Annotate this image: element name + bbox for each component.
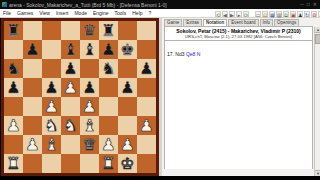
prev-move-icon[interactable]: ◀ xyxy=(222,11,228,17)
black-p[interactable]: ♟ xyxy=(120,78,134,97)
square-b6[interactable] xyxy=(23,59,42,78)
square-a1[interactable]: ♜ xyxy=(4,154,23,173)
tab-event-board[interactable]: Event board xyxy=(228,19,258,26)
tab-extras[interactable]: Extras xyxy=(183,19,202,26)
white-n[interactable]: ♞ xyxy=(63,116,77,135)
toolbar: ⟲◀▶▸⟳□▤▦▥⧉▣♟↻⚙▲◆✚? xyxy=(215,10,318,17)
square-c5[interactable]: ♟ xyxy=(42,78,61,97)
tab-notation[interactable]: Notation xyxy=(203,19,227,26)
menu-item-view[interactable]: View xyxy=(36,10,53,16)
window-title: arena - Sokolov_Makarichev_a_Tutti (Brd … xyxy=(9,2,298,8)
square-h3[interactable]: ♟ xyxy=(137,116,156,135)
square-c7[interactable] xyxy=(42,40,61,59)
square-b1[interactable] xyxy=(23,154,42,173)
square-a2[interactable] xyxy=(4,135,23,154)
square-g8[interactable] xyxy=(118,21,137,40)
board-frame: ♜♛♜♟♝♝♟♚♞♟♞♟♟♟♟♟♟♟♟♟♞♞♝♟♟♝♛♟♟♜♜♚ xyxy=(1,18,159,176)
title-bar: arena - Sokolov_Makarichev_a_Tutti (Brd … xyxy=(0,0,320,9)
square-h1[interactable] xyxy=(137,154,156,173)
white-k[interactable]: ♚ xyxy=(120,154,134,173)
square-a7[interactable] xyxy=(4,40,23,59)
square-c8[interactable] xyxy=(42,21,61,40)
move-list[interactable]: 17. Nd3 Qe8 N xyxy=(164,41,313,169)
square-a4[interactable] xyxy=(4,97,23,116)
close-button[interactable]: ✕ xyxy=(313,0,317,9)
menu-item-insert[interactable]: Insert xyxy=(53,10,72,16)
square-f7[interactable]: ♟ xyxy=(99,40,118,59)
tab-game[interactable]: Game xyxy=(164,19,182,26)
square-c4[interactable]: ♟ xyxy=(42,97,61,116)
maximize-button[interactable]: □ xyxy=(307,0,310,9)
menu-item-help[interactable]: Help xyxy=(129,10,145,16)
first-move-icon[interactable]: ⟲ xyxy=(215,11,221,17)
square-g7[interactable]: ♚ xyxy=(118,40,137,59)
square-e8[interactable]: ♛ xyxy=(80,21,99,40)
setup-position-icon[interactable]: ♟ xyxy=(297,11,303,17)
square-e7[interactable]: ♝ xyxy=(80,40,99,59)
white-p[interactable]: ♟ xyxy=(44,97,58,116)
square-d8[interactable] xyxy=(61,21,80,40)
bottom-strip xyxy=(0,176,320,180)
minimize-button[interactable]: ─ xyxy=(300,0,304,9)
square-e2[interactable]: ♛ xyxy=(80,135,99,154)
notation-panel: GameExtrasNotationEvent boardInfoOpening… xyxy=(162,18,320,176)
black-p[interactable]: ♟ xyxy=(44,78,58,97)
white-p[interactable]: ♟ xyxy=(101,135,115,154)
black-p[interactable]: ♟ xyxy=(63,59,77,78)
black-n[interactable]: ♞ xyxy=(101,59,115,78)
square-d2[interactable] xyxy=(61,135,80,154)
move-text[interactable]: 17. Nd3 xyxy=(167,51,186,57)
event-details: URS-chT, Moscow (2.1), 27.03.1982 [A56: … xyxy=(165,34,312,39)
next-move-icon[interactable]: ▶ xyxy=(229,11,235,17)
new-board-icon[interactable]: □ xyxy=(255,11,261,17)
white-p[interactable]: ♟ xyxy=(63,78,77,97)
black-k[interactable]: ♚ xyxy=(120,40,134,59)
white-p[interactable]: ♟ xyxy=(25,135,39,154)
app-window: arena - Sokolov_Makarichev_a_Tutti (Brd … xyxy=(0,0,320,180)
white-b[interactable]: ♝ xyxy=(82,116,96,135)
white-p[interactable]: ♟ xyxy=(6,116,20,135)
scrollbar[interactable]: ▲ ▼ xyxy=(314,27,320,176)
scroll-thumb[interactable] xyxy=(315,34,320,44)
square-a8[interactable]: ♜ xyxy=(4,21,23,40)
square-h7[interactable] xyxy=(137,40,156,59)
square-e6[interactable] xyxy=(80,59,99,78)
app-icon xyxy=(2,2,7,7)
square-e5[interactable]: ♟ xyxy=(80,78,99,97)
square-d3[interactable]: ♞ xyxy=(61,116,80,135)
square-f8[interactable]: ♜ xyxy=(99,21,118,40)
toolbar-separator xyxy=(250,11,254,17)
black-b[interactable]: ♝ xyxy=(63,40,77,59)
menu-item-?[interactable]: ? xyxy=(146,10,155,16)
square-h2[interactable] xyxy=(137,135,156,154)
white-p[interactable]: ♟ xyxy=(120,135,134,154)
square-a3[interactable]: ♟ xyxy=(4,116,23,135)
square-f2[interactable]: ♟ xyxy=(99,135,118,154)
white-r[interactable]: ♜ xyxy=(101,154,115,173)
black-p[interactable]: ♟ xyxy=(6,78,20,97)
square-f3[interactable] xyxy=(99,116,118,135)
square-e4[interactable]: ♟ xyxy=(80,97,99,116)
print-icon[interactable]: ▥ xyxy=(276,11,282,17)
black-b[interactable]: ♝ xyxy=(82,40,96,59)
black-p[interactable]: ♟ xyxy=(101,40,115,59)
square-g6[interactable] xyxy=(118,59,137,78)
tab-openings[interactable]: Openings xyxy=(274,19,299,26)
square-f4[interactable] xyxy=(99,97,118,116)
black-p[interactable]: ♟ xyxy=(139,59,153,78)
square-c6[interactable] xyxy=(42,59,61,78)
flip-board-icon[interactable]: ↻ xyxy=(304,11,310,17)
menu-item-engine[interactable]: Engine xyxy=(90,10,112,16)
white-r[interactable]: ♜ xyxy=(6,154,20,173)
current-move[interactable]: Qe8 N xyxy=(186,51,200,57)
square-d6[interactable]: ♟ xyxy=(61,59,80,78)
square-b4[interactable] xyxy=(23,97,42,116)
square-f6[interactable]: ♞ xyxy=(99,59,118,78)
square-b2[interactable]: ♟ xyxy=(23,135,42,154)
square-d5[interactable]: ♟ xyxy=(61,78,80,97)
square-b8[interactable] xyxy=(23,21,42,40)
menu-item-mode[interactable]: Mode xyxy=(71,10,90,16)
square-g5[interactable]: ♟ xyxy=(118,78,137,97)
chess-board[interactable]: ♜♛♜♟♝♝♟♚♞♟♞♟♟♟♟♟♟♟♟♟♞♞♝♟♟♝♛♟♟♜♜♚ xyxy=(4,21,156,173)
square-d1[interactable] xyxy=(61,154,80,173)
white-n[interactable]: ♞ xyxy=(44,116,58,135)
square-g1[interactable]: ♚ xyxy=(118,154,137,173)
last-move-icon[interactable]: ⟳ xyxy=(243,11,249,17)
white-p[interactable]: ♟ xyxy=(82,97,96,116)
white-q[interactable]: ♛ xyxy=(82,135,96,154)
square-f1[interactable]: ♜ xyxy=(99,154,118,173)
square-c1[interactable] xyxy=(42,154,61,173)
square-f5[interactable] xyxy=(99,78,118,97)
game-header: Sokolov, Petar (2415) - Makarichev, Vlad… xyxy=(164,26,313,41)
square-g2[interactable]: ♟ xyxy=(118,135,137,154)
tab-info[interactable]: Info xyxy=(260,19,274,26)
window-controls: ─ □ ✕ xyxy=(300,0,320,9)
square-e1[interactable] xyxy=(80,154,99,173)
black-r[interactable]: ♜ xyxy=(6,21,20,40)
paste-icon[interactable]: ▣ xyxy=(290,11,296,17)
scroll-up-icon[interactable]: ▲ xyxy=(315,27,320,33)
black-r[interactable]: ♜ xyxy=(101,21,115,40)
square-d4[interactable] xyxy=(61,97,80,116)
square-h8[interactable] xyxy=(137,21,156,40)
square-a5[interactable]: ♟ xyxy=(4,78,23,97)
menu-item-games[interactable]: Games xyxy=(14,10,36,16)
menu-item-file[interactable]: File xyxy=(0,10,14,16)
square-h5[interactable] xyxy=(137,78,156,97)
black-p[interactable]: ♟ xyxy=(25,40,39,59)
engine-icon[interactable]: ⚙ xyxy=(311,11,317,17)
square-h4[interactable] xyxy=(137,97,156,116)
menu-item-tools[interactable]: Tools xyxy=(112,10,130,16)
copy-icon[interactable]: ⧉ xyxy=(283,11,289,17)
square-c3[interactable]: ♞ xyxy=(42,116,61,135)
autoplay-icon[interactable]: ▸ xyxy=(236,11,242,17)
save-icon[interactable]: ▦ xyxy=(269,11,275,17)
square-a6[interactable]: ♞ xyxy=(4,59,23,78)
black-q[interactable]: ♛ xyxy=(82,21,96,40)
square-d7[interactable]: ♝ xyxy=(61,40,80,59)
square-g4[interactable] xyxy=(118,97,137,116)
white-p[interactable]: ♟ xyxy=(139,116,153,135)
square-b3[interactable] xyxy=(23,116,42,135)
open-icon[interactable]: ▤ xyxy=(262,11,268,17)
square-b5[interactable] xyxy=(23,78,42,97)
square-b7[interactable]: ♟ xyxy=(23,40,42,59)
square-h6[interactable]: ♟ xyxy=(137,59,156,78)
panel-tabs: GameExtrasNotationEvent boardInfoOpening… xyxy=(162,18,320,26)
square-e3[interactable]: ♝ xyxy=(80,116,99,135)
square-g3[interactable] xyxy=(118,116,137,135)
black-n[interactable]: ♞ xyxy=(6,59,20,78)
white-b[interactable]: ♝ xyxy=(44,135,58,154)
black-p[interactable]: ♟ xyxy=(82,78,96,97)
square-c2[interactable]: ♝ xyxy=(42,135,61,154)
